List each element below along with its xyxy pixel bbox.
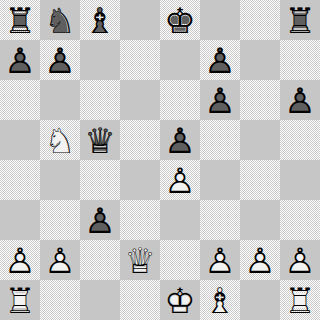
- piece-black-pawn-f6[interactable]: ♟♙: [200, 80, 240, 120]
- square-c8[interactable]: ♝♗: [80, 0, 120, 40]
- chess-app: ♜♖♞♘♝♗♚♔♜♖♟♙♟♙♟♙♟♙♟♙♞♘♛♕♟♙♟♙♟♙♟♙♟♙♛♕♟♙♟♙…: [0, 0, 320, 320]
- white-pawn-glyph-outline: ♙: [200, 240, 240, 280]
- square-h8[interactable]: ♜♖: [280, 0, 320, 40]
- piece-black-rook-h8[interactable]: ♜♖: [280, 0, 320, 40]
- square-d4[interactable]: [120, 160, 160, 200]
- square-c2[interactable]: [80, 240, 120, 280]
- piece-black-pawn-e5[interactable]: ♟♙: [160, 120, 200, 160]
- square-b8[interactable]: ♞♘: [40, 0, 80, 40]
- square-a4[interactable]: [0, 160, 40, 200]
- black-pawn-glyph-outline: ♙: [160, 120, 200, 160]
- square-b6[interactable]: [40, 80, 80, 120]
- black-pawn-glyph-outline: ♙: [200, 80, 240, 120]
- square-g4[interactable]: [240, 160, 280, 200]
- black-queen-glyph-outline: ♕: [80, 120, 120, 160]
- square-e2[interactable]: [160, 240, 200, 280]
- square-g5[interactable]: [240, 120, 280, 160]
- square-f2[interactable]: ♟♙: [200, 240, 240, 280]
- black-bishop-glyph-outline: ♗: [80, 0, 120, 40]
- black-pawn-glyph-outline: ♙: [280, 80, 320, 120]
- square-g1[interactable]: [240, 280, 280, 320]
- square-c6[interactable]: [80, 80, 120, 120]
- white-pawn-glyph-outline: ♙: [240, 240, 280, 280]
- black-pawn-glyph-outline: ♙: [40, 40, 80, 80]
- black-pawn-glyph-outline: ♙: [80, 200, 120, 240]
- square-f7[interactable]: ♟♙: [200, 40, 240, 80]
- black-knight-glyph-outline: ♘: [40, 0, 80, 40]
- square-d3[interactable]: [120, 200, 160, 240]
- square-d1[interactable]: [120, 280, 160, 320]
- square-h6[interactable]: ♟♙: [280, 80, 320, 120]
- piece-white-pawn-f2[interactable]: ♟♙: [200, 240, 240, 280]
- piece-black-pawn-a7[interactable]: ♟♙: [0, 40, 40, 80]
- square-e8[interactable]: ♚♔: [160, 0, 200, 40]
- square-f4[interactable]: [200, 160, 240, 200]
- piece-white-knight-b5[interactable]: ♞♘: [40, 120, 80, 160]
- white-pawn-glyph-outline: ♙: [0, 240, 40, 280]
- square-b2[interactable]: ♟♙: [40, 240, 80, 280]
- square-a8[interactable]: ♜♖: [0, 0, 40, 40]
- square-g8[interactable]: [240, 0, 280, 40]
- square-g7[interactable]: [240, 40, 280, 80]
- square-e7[interactable]: [160, 40, 200, 80]
- black-pawn-glyph-outline: ♙: [0, 40, 40, 80]
- piece-white-rook-a1[interactable]: ♜♖: [0, 280, 40, 320]
- square-e3[interactable]: [160, 200, 200, 240]
- square-f3[interactable]: [200, 200, 240, 240]
- piece-black-king-e8[interactable]: ♚♔: [160, 0, 200, 40]
- square-d2[interactable]: ♛♕: [120, 240, 160, 280]
- square-a6[interactable]: [0, 80, 40, 120]
- white-rook-glyph-outline: ♖: [0, 280, 40, 320]
- square-b1[interactable]: [40, 280, 80, 320]
- white-pawn-glyph-outline: ♙: [160, 160, 200, 200]
- square-c7[interactable]: [80, 40, 120, 80]
- piece-white-king-e1[interactable]: ♚♔: [160, 280, 200, 320]
- piece-black-bishop-c8[interactable]: ♝♗: [80, 0, 120, 40]
- square-h5[interactable]: [280, 120, 320, 160]
- white-queen-glyph-outline: ♕: [120, 240, 160, 280]
- piece-white-pawn-a2[interactable]: ♟♙: [0, 240, 40, 280]
- piece-white-rook-h1[interactable]: ♜♖: [280, 280, 320, 320]
- chess-board: ♜♖♞♘♝♗♚♔♜♖♟♙♟♙♟♙♟♙♟♙♞♘♛♕♟♙♟♙♟♙♟♙♟♙♛♕♟♙♟♙…: [0, 0, 320, 320]
- square-g6[interactable]: [240, 80, 280, 120]
- piece-white-pawn-b2[interactable]: ♟♙: [40, 240, 80, 280]
- square-h3[interactable]: [280, 200, 320, 240]
- square-e1[interactable]: ♚♔: [160, 280, 200, 320]
- square-d6[interactable]: [120, 80, 160, 120]
- square-c1[interactable]: [80, 280, 120, 320]
- square-e6[interactable]: [160, 80, 200, 120]
- square-g2[interactable]: ♟♙: [240, 240, 280, 280]
- square-e4[interactable]: ♟♙: [160, 160, 200, 200]
- square-f5[interactable]: [200, 120, 240, 160]
- square-h2[interactable]: ♟♙: [280, 240, 320, 280]
- piece-white-pawn-g2[interactable]: ♟♙: [240, 240, 280, 280]
- square-d8[interactable]: [120, 0, 160, 40]
- piece-white-bishop-f1[interactable]: ♝♗: [200, 280, 240, 320]
- piece-white-pawn-h2[interactable]: ♟♙: [280, 240, 320, 280]
- square-a2[interactable]: ♟♙: [0, 240, 40, 280]
- black-pawn-glyph-outline: ♙: [200, 40, 240, 80]
- square-h7[interactable]: [280, 40, 320, 80]
- square-b5[interactable]: ♞♘: [40, 120, 80, 160]
- white-rook-glyph-outline: ♖: [280, 280, 320, 320]
- square-d5[interactable]: [120, 120, 160, 160]
- piece-black-pawn-c3[interactable]: ♟♙: [80, 200, 120, 240]
- square-f1[interactable]: ♝♗: [200, 280, 240, 320]
- square-a5[interactable]: [0, 120, 40, 160]
- square-c4[interactable]: [80, 160, 120, 200]
- piece-white-queen-d2[interactable]: ♛♕: [120, 240, 160, 280]
- square-g3[interactable]: [240, 200, 280, 240]
- square-a7[interactable]: ♟♙: [0, 40, 40, 80]
- black-rook-glyph-outline: ♖: [280, 0, 320, 40]
- square-b4[interactable]: [40, 160, 80, 200]
- square-d7[interactable]: [120, 40, 160, 80]
- square-f8[interactable]: [200, 0, 240, 40]
- black-rook-glyph-outline: ♖: [0, 0, 40, 40]
- piece-black-pawn-b7[interactable]: ♟♙: [40, 40, 80, 80]
- square-h1[interactable]: ♜♖: [280, 280, 320, 320]
- square-f6[interactable]: ♟♙: [200, 80, 240, 120]
- white-pawn-glyph-outline: ♙: [40, 240, 80, 280]
- square-b3[interactable]: [40, 200, 80, 240]
- white-pawn-glyph-outline: ♙: [280, 240, 320, 280]
- square-b7[interactable]: ♟♙: [40, 40, 80, 80]
- piece-white-pawn-e4[interactable]: ♟♙: [160, 160, 200, 200]
- square-h4[interactable]: [280, 160, 320, 200]
- piece-black-knight-b8[interactable]: ♞♘: [40, 0, 80, 40]
- black-king-glyph-outline: ♔: [160, 0, 200, 40]
- square-a3[interactable]: [0, 200, 40, 240]
- piece-black-pawn-h6[interactable]: ♟♙: [280, 80, 320, 120]
- white-knight-glyph-outline: ♘: [40, 120, 80, 160]
- white-bishop-glyph-outline: ♗: [200, 280, 240, 320]
- piece-black-pawn-f7[interactable]: ♟♙: [200, 40, 240, 80]
- piece-black-rook-a8[interactable]: ♜♖: [0, 0, 40, 40]
- white-king-glyph-outline: ♔: [160, 280, 200, 320]
- square-c3[interactable]: ♟♙: [80, 200, 120, 240]
- square-c5[interactable]: ♛♕: [80, 120, 120, 160]
- square-a1[interactable]: ♜♖: [0, 280, 40, 320]
- piece-black-queen-c5[interactable]: ♛♕: [80, 120, 120, 160]
- square-e5[interactable]: ♟♙: [160, 120, 200, 160]
